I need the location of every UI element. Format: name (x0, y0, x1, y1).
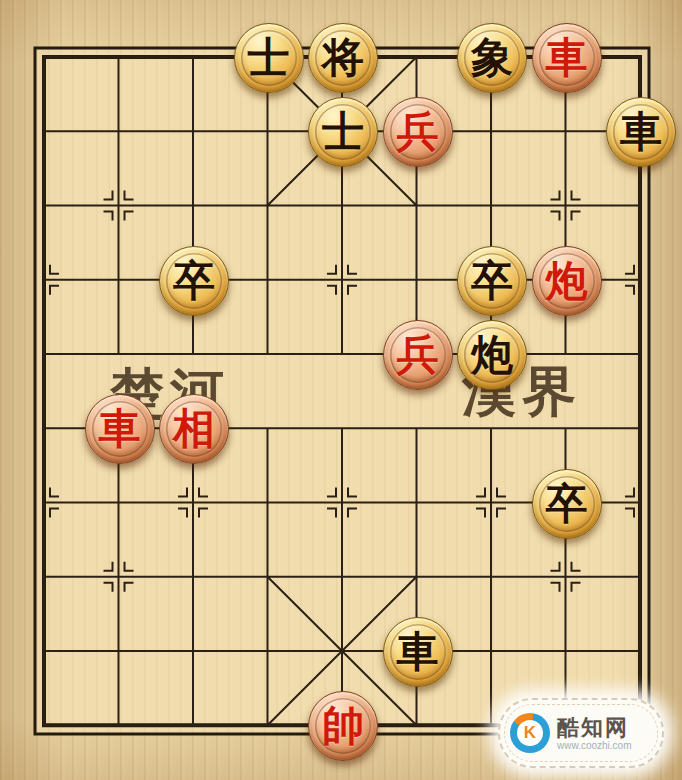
piece-red-cannon[interactable]: 炮 (532, 246, 602, 316)
piece-character: 相 (173, 408, 215, 450)
piece-character: 炮 (471, 334, 513, 376)
coozhi-logo-icon: K (510, 713, 550, 753)
piece-red-general[interactable]: 帥 (308, 691, 378, 761)
piece-black-advisor[interactable]: 士 (234, 23, 304, 93)
piece-red-soldier[interactable]: 兵 (383, 320, 453, 390)
piece-character: 兵 (397, 334, 439, 376)
piece-character: 兵 (397, 111, 439, 153)
piece-red-chariot[interactable]: 車 (85, 394, 155, 464)
piece-black-soldier[interactable]: 卒 (457, 246, 527, 316)
piece-black-cannon[interactable]: 炮 (457, 320, 527, 390)
piece-character: 卒 (173, 260, 215, 302)
xiangqi-screenshot: 楚河 漢界 士将象車士兵車卒卒炮兵炮車相卒車帥 K 酷知网 www.coozhi… (0, 0, 682, 780)
piece-black-elephant[interactable]: 象 (457, 23, 527, 93)
piece-character: 炮 (546, 260, 588, 302)
piece-character: 車 (99, 408, 141, 450)
piece-character: 車 (620, 111, 662, 153)
piece-character: 車 (546, 37, 588, 79)
piece-character: 卒 (471, 260, 513, 302)
piece-character: 象 (471, 37, 513, 79)
coozhi-watermark: K 酷知网 www.coozhi.com (498, 698, 664, 768)
watermark-text: 酷知网 www.coozhi.com (557, 715, 631, 752)
piece-black-advisor[interactable]: 士 (308, 97, 378, 167)
piece-red-soldier[interactable]: 兵 (383, 97, 453, 167)
piece-character: 将 (322, 37, 364, 79)
watermark-url: www.coozhi.com (557, 740, 631, 752)
watermark-site-name: 酷知网 (557, 715, 631, 740)
piece-black-chariot[interactable]: 車 (606, 97, 676, 167)
piece-black-chariot[interactable]: 車 (383, 617, 453, 687)
piece-character: 士 (322, 111, 364, 153)
piece-character: 帥 (322, 705, 364, 747)
piece-black-soldier[interactable]: 卒 (159, 246, 229, 316)
piece-red-elephant[interactable]: 相 (159, 394, 229, 464)
piece-black-soldier[interactable]: 卒 (532, 469, 602, 539)
piece-character: 卒 (546, 483, 588, 525)
piece-character: 車 (397, 631, 439, 673)
piece-character: 士 (248, 37, 290, 79)
piece-red-chariot[interactable]: 車 (532, 23, 602, 93)
piece-black-general[interactable]: 将 (308, 23, 378, 93)
coozhi-logo-letter: K (510, 713, 550, 753)
